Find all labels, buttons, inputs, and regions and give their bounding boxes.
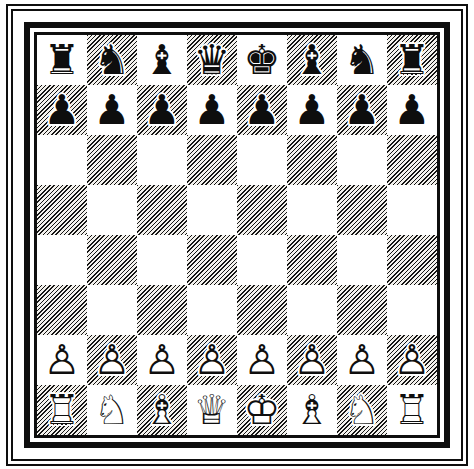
square-h4[interactable] <box>387 235 437 285</box>
square-e1[interactable]: ♚♔ <box>237 385 287 435</box>
square-e4[interactable] <box>237 235 287 285</box>
square-b2[interactable]: ♟♙ <box>87 335 137 385</box>
piece-white-bishop: ♝♗ <box>287 385 337 435</box>
piece-white-pawn: ♟♙ <box>287 335 337 385</box>
piece-white-outline: ♖ <box>387 385 437 435</box>
piece-black-rook: ♜ <box>37 35 87 85</box>
square-d6[interactable] <box>187 135 237 185</box>
square-a2[interactable]: ♟♙ <box>37 335 87 385</box>
piece-black-glyph: ♜ <box>387 35 437 85</box>
piece-white-outline: ♗ <box>287 385 337 435</box>
square-e3[interactable] <box>237 285 287 335</box>
piece-white-queen: ♛♕ <box>187 385 237 435</box>
piece-white-outline: ♙ <box>87 335 137 385</box>
square-d7[interactable]: ♟ <box>187 85 237 135</box>
piece-white-rook: ♜♖ <box>387 385 437 435</box>
piece-white-outline: ♗ <box>137 385 187 435</box>
square-e8[interactable]: ♚ <box>237 35 287 85</box>
piece-black-pawn: ♟ <box>287 85 337 135</box>
piece-white-outline: ♘ <box>87 385 137 435</box>
piece-black-glyph: ♞ <box>337 35 387 85</box>
square-g2[interactable]: ♟♙ <box>337 335 387 385</box>
piece-white-outline: ♙ <box>37 335 87 385</box>
piece-black-glyph: ♛ <box>187 35 237 85</box>
square-a5[interactable] <box>37 185 87 235</box>
square-c2[interactable]: ♟♙ <box>137 335 187 385</box>
square-c5[interactable] <box>137 185 187 235</box>
piece-white-knight: ♞♘ <box>337 385 387 435</box>
square-a4[interactable] <box>37 235 87 285</box>
piece-white-outline: ♙ <box>387 335 437 385</box>
piece-white-pawn: ♟♙ <box>237 335 287 385</box>
square-f4[interactable] <box>287 235 337 285</box>
square-g5[interactable] <box>337 185 387 235</box>
piece-white-outline: ♔ <box>237 385 287 435</box>
square-f8[interactable]: ♝ <box>287 35 337 85</box>
piece-black-glyph: ♞ <box>87 35 137 85</box>
square-d4[interactable] <box>187 235 237 285</box>
square-b1[interactable]: ♞♘ <box>87 385 137 435</box>
square-h8[interactable]: ♜ <box>387 35 437 85</box>
square-f2[interactable]: ♟♙ <box>287 335 337 385</box>
square-a6[interactable] <box>37 135 87 185</box>
piece-black-knight: ♞ <box>337 35 387 85</box>
thick-middle-frame: ♜♞♝♛♚♝♞♜♟♟♟♟♟♟♟♟♟♙♟♙♟♙♟♙♟♙♟♙♟♙♟♙♜♖♞♘♝♗♛♕… <box>24 22 450 448</box>
square-c7[interactable]: ♟ <box>137 85 187 135</box>
piece-white-outline: ♖ <box>37 385 87 435</box>
piece-black-glyph: ♟ <box>387 85 437 135</box>
square-g6[interactable] <box>337 135 387 185</box>
piece-white-pawn: ♟♙ <box>137 335 187 385</box>
square-e6[interactable] <box>237 135 287 185</box>
piece-black-king: ♚ <box>237 35 287 85</box>
square-a1[interactable]: ♜♖ <box>37 385 87 435</box>
square-h2[interactable]: ♟♙ <box>387 335 437 385</box>
square-h1[interactable]: ♜♖ <box>387 385 437 435</box>
square-g7[interactable]: ♟ <box>337 85 387 135</box>
piece-black-knight: ♞ <box>87 35 137 85</box>
square-a3[interactable] <box>37 285 87 335</box>
square-b3[interactable] <box>87 285 137 335</box>
square-c3[interactable] <box>137 285 187 335</box>
square-g3[interactable] <box>337 285 387 335</box>
square-c6[interactable] <box>137 135 187 185</box>
piece-white-outline: ♙ <box>287 335 337 385</box>
square-h6[interactable] <box>387 135 437 185</box>
piece-white-pawn: ♟♙ <box>387 335 437 385</box>
square-f3[interactable] <box>287 285 337 335</box>
square-b5[interactable] <box>87 185 137 235</box>
square-e5[interactable] <box>237 185 287 235</box>
chess-board: ♜♞♝♛♚♝♞♜♟♟♟♟♟♟♟♟♟♙♟♙♟♙♟♙♟♙♟♙♟♙♟♙♜♖♞♘♝♗♛♕… <box>37 35 437 435</box>
square-f5[interactable] <box>287 185 337 235</box>
outer-inner-rule-frame: ♜♞♝♛♚♝♞♜♟♟♟♟♟♟♟♟♟♙♟♙♟♙♟♙♟♙♟♙♟♙♟♙♜♖♞♘♝♗♛♕… <box>11 9 463 461</box>
piece-black-glyph: ♟ <box>187 85 237 135</box>
square-c1[interactable]: ♝♗ <box>137 385 187 435</box>
square-f6[interactable] <box>287 135 337 185</box>
piece-white-pawn: ♟♙ <box>37 335 87 385</box>
piece-white-pawn: ♟♙ <box>87 335 137 385</box>
square-h5[interactable] <box>387 185 437 235</box>
square-a7[interactable]: ♟ <box>37 85 87 135</box>
piece-black-glyph: ♜ <box>37 35 87 85</box>
square-d3[interactable] <box>187 285 237 335</box>
square-d2[interactable]: ♟♙ <box>187 335 237 385</box>
piece-black-glyph: ♚ <box>237 35 287 85</box>
piece-black-queen: ♛ <box>187 35 237 85</box>
piece-black-glyph: ♟ <box>37 85 87 135</box>
piece-white-outline: ♙ <box>137 335 187 385</box>
square-d1[interactable]: ♛♕ <box>187 385 237 435</box>
piece-white-outline: ♙ <box>337 335 387 385</box>
piece-black-glyph: ♟ <box>337 85 387 135</box>
square-e2[interactable]: ♟♙ <box>237 335 287 385</box>
piece-black-glyph: ♝ <box>137 35 187 85</box>
piece-white-outline: ♙ <box>187 335 237 385</box>
square-c8[interactable]: ♝ <box>137 35 187 85</box>
square-e7[interactable]: ♟ <box>237 85 287 135</box>
square-f7[interactable]: ♟ <box>287 85 337 135</box>
square-d8[interactable]: ♛ <box>187 35 237 85</box>
piece-black-glyph: ♟ <box>237 85 287 135</box>
square-g1[interactable]: ♞♘ <box>337 385 387 435</box>
piece-white-pawn: ♟♙ <box>337 335 387 385</box>
piece-white-pawn: ♟♙ <box>187 335 237 385</box>
square-g4[interactable] <box>337 235 387 285</box>
outer-double-rule-frame: ♜♞♝♛♚♝♞♜♟♟♟♟♟♟♟♟♟♙♟♙♟♙♟♙♟♙♟♙♟♙♟♙♜♖♞♘♝♗♛♕… <box>6 4 468 466</box>
piece-black-pawn: ♟ <box>37 85 87 135</box>
square-h3[interactable] <box>387 285 437 335</box>
piece-black-pawn: ♟ <box>237 85 287 135</box>
square-b4[interactable] <box>87 235 137 285</box>
square-c4[interactable] <box>137 235 187 285</box>
piece-black-rook: ♜ <box>387 35 437 85</box>
piece-black-bishop: ♝ <box>137 35 187 85</box>
piece-black-pawn: ♟ <box>187 85 237 135</box>
piece-black-pawn: ♟ <box>387 85 437 135</box>
piece-white-knight: ♞♘ <box>87 385 137 435</box>
piece-black-glyph: ♟ <box>87 85 137 135</box>
piece-black-pawn: ♟ <box>337 85 387 135</box>
piece-black-pawn: ♟ <box>87 85 137 135</box>
piece-white-outline: ♙ <box>237 335 287 385</box>
piece-white-king: ♚♔ <box>237 385 287 435</box>
piece-black-bishop: ♝ <box>287 35 337 85</box>
square-b7[interactable]: ♟ <box>87 85 137 135</box>
square-d5[interactable] <box>187 185 237 235</box>
piece-black-pawn: ♟ <box>137 85 187 135</box>
square-b6[interactable] <box>87 135 137 185</box>
board-edge-frame: ♜♞♝♛♚♝♞♜♟♟♟♟♟♟♟♟♟♙♟♙♟♙♟♙♟♙♟♙♟♙♟♙♜♖♞♘♝♗♛♕… <box>34 32 440 438</box>
piece-black-glyph: ♟ <box>287 85 337 135</box>
piece-white-rook: ♜♖ <box>37 385 87 435</box>
piece-white-bishop: ♝♗ <box>137 385 187 435</box>
piece-white-outline: ♕ <box>187 385 237 435</box>
piece-white-outline: ♘ <box>337 385 387 435</box>
square-f1[interactable]: ♝♗ <box>287 385 337 435</box>
square-a8[interactable]: ♜ <box>37 35 87 85</box>
square-h7[interactable]: ♟ <box>387 85 437 135</box>
piece-black-glyph: ♝ <box>287 35 337 85</box>
square-b8[interactable]: ♞ <box>87 35 137 85</box>
piece-black-glyph: ♟ <box>137 85 187 135</box>
square-g8[interactable]: ♞ <box>337 35 387 85</box>
